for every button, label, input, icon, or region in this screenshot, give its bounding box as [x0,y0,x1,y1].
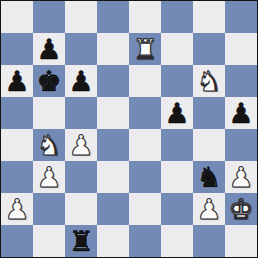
square-b1[interactable] [33,225,65,257]
black-pawn[interactable]: ♟ [65,65,97,97]
square-c5[interactable] [65,97,97,129]
square-d2[interactable] [97,193,129,225]
black-knight[interactable]: ♞ [193,161,225,193]
white-pawn[interactable]: ♟ [1,193,33,225]
white-king[interactable]: ♚ [225,193,257,225]
square-h5[interactable]: ♟ [225,97,257,129]
square-d7[interactable] [97,33,129,65]
square-e5[interactable] [129,97,161,129]
square-c4[interactable]: ♟ [65,129,97,161]
square-b5[interactable] [33,97,65,129]
square-b7[interactable]: ♟ [33,33,65,65]
square-g3[interactable]: ♞ [193,161,225,193]
black-rook[interactable]: ♜ [65,225,97,257]
square-d6[interactable] [97,65,129,97]
square-g2[interactable]: ♟ [193,193,225,225]
square-f4[interactable] [161,129,193,161]
square-a6[interactable]: ♟ [1,65,33,97]
square-a1[interactable] [1,225,33,257]
square-a3[interactable] [1,161,33,193]
square-e1[interactable] [129,225,161,257]
square-f8[interactable] [161,1,193,33]
square-c8[interactable] [65,1,97,33]
square-e8[interactable] [129,1,161,33]
square-f7[interactable] [161,33,193,65]
square-d3[interactable] [97,161,129,193]
square-h1[interactable] [225,225,257,257]
black-king[interactable]: ♚ [33,65,65,97]
square-h6[interactable] [225,65,257,97]
black-pawn[interactable]: ♟ [33,33,65,65]
white-knight[interactable]: ♞ [193,65,225,97]
square-e7[interactable]: ♜ [129,33,161,65]
square-e6[interactable] [129,65,161,97]
square-c1[interactable]: ♜ [65,225,97,257]
square-h7[interactable] [225,33,257,65]
square-e3[interactable] [129,161,161,193]
square-c2[interactable] [65,193,97,225]
square-b2[interactable] [33,193,65,225]
square-h8[interactable] [225,1,257,33]
white-pawn[interactable]: ♟ [33,161,65,193]
white-pawn[interactable]: ♟ [225,161,257,193]
square-f2[interactable] [161,193,193,225]
square-g1[interactable] [193,225,225,257]
square-e2[interactable] [129,193,161,225]
square-b4[interactable]: ♞ [33,129,65,161]
square-f3[interactable] [161,161,193,193]
square-c6[interactable]: ♟ [65,65,97,97]
square-d5[interactable] [97,97,129,129]
square-b3[interactable]: ♟ [33,161,65,193]
square-f5[interactable]: ♟ [161,97,193,129]
white-pawn[interactable]: ♟ [193,193,225,225]
square-h3[interactable]: ♟ [225,161,257,193]
square-f1[interactable] [161,225,193,257]
square-g8[interactable] [193,1,225,33]
square-b8[interactable] [33,1,65,33]
square-g5[interactable] [193,97,225,129]
black-pawn[interactable]: ♟ [161,97,193,129]
square-a2[interactable]: ♟ [1,193,33,225]
square-a4[interactable] [1,129,33,161]
square-h4[interactable] [225,129,257,161]
square-d4[interactable] [97,129,129,161]
white-pawn[interactable]: ♟ [65,129,97,161]
chess-board: ♟♜♟♚♟♞♟♟♞♟♟♞♟♟♟♚♜ [0,0,258,258]
square-g4[interactable] [193,129,225,161]
square-c7[interactable] [65,33,97,65]
square-a8[interactable] [1,1,33,33]
square-c3[interactable] [65,161,97,193]
square-d8[interactable] [97,1,129,33]
square-g6[interactable]: ♞ [193,65,225,97]
chess-board-container: ♟♜♟♚♟♞♟♟♞♟♟♞♟♟♟♚♜ [0,0,258,258]
square-a5[interactable] [1,97,33,129]
white-knight[interactable]: ♞ [33,129,65,161]
black-pawn[interactable]: ♟ [225,97,257,129]
square-d1[interactable] [97,225,129,257]
square-e4[interactable] [129,129,161,161]
square-a7[interactable] [1,33,33,65]
square-g7[interactable] [193,33,225,65]
square-b6[interactable]: ♚ [33,65,65,97]
black-pawn[interactable]: ♟ [1,65,33,97]
square-h2[interactable]: ♚ [225,193,257,225]
white-rook[interactable]: ♜ [129,33,161,65]
square-f6[interactable] [161,65,193,97]
